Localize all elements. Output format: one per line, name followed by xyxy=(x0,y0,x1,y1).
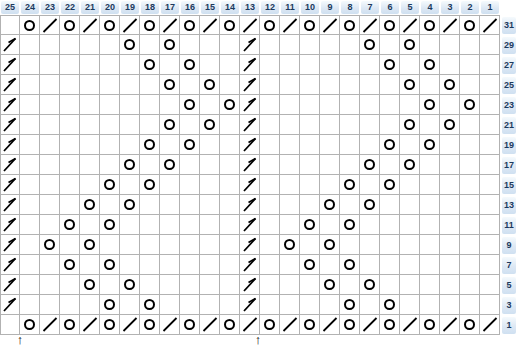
cell-row13-st24 xyxy=(20,195,40,215)
cell-row7-st6 xyxy=(380,255,400,275)
grid-label: 23 xyxy=(41,1,59,14)
slash-decrease-symbol xyxy=(320,16,340,35)
row-header-1: 1 xyxy=(500,315,518,335)
cell-row5-st14 xyxy=(220,275,240,295)
cell-row1-st7 xyxy=(360,315,380,335)
cell-row29-st13 xyxy=(240,35,260,55)
cell-row11-st23 xyxy=(40,215,60,235)
cell-row1-st17 xyxy=(160,315,180,335)
yarn-over-symbol xyxy=(304,20,315,31)
cell-row19-st4 xyxy=(420,135,440,155)
cell-row9-st4 xyxy=(420,235,440,255)
cell-row21-st17 xyxy=(160,115,180,135)
yarn-over-symbol xyxy=(444,79,455,90)
cell-row1-st15 xyxy=(200,315,220,335)
yarn-over-symbol xyxy=(304,259,315,270)
column-header-24: 24 xyxy=(20,0,40,15)
cell-row17-st4 xyxy=(420,155,440,175)
cell-row13-st16 xyxy=(180,195,200,215)
cell-row19-st8 xyxy=(340,135,360,155)
cell-row23-st4 xyxy=(420,95,440,115)
yarn-over-symbol xyxy=(344,219,355,230)
cell-row25-st4 xyxy=(420,75,440,95)
yarn-over-symbol xyxy=(304,319,315,330)
cell-row15-st12 xyxy=(260,175,280,195)
cell-row15-st23 xyxy=(40,175,60,195)
grid-label: 29 xyxy=(502,37,516,54)
grid-label: 3 xyxy=(441,1,459,14)
cell-row27-st22 xyxy=(60,55,80,75)
cell-row9-st23 xyxy=(40,235,60,255)
cell-row9-st6 xyxy=(380,235,400,255)
cell-row9-st11 xyxy=(280,235,300,255)
cell-row27-st25 xyxy=(0,55,20,75)
cell-row27-st4 xyxy=(420,55,440,75)
row-header-11: 11 xyxy=(500,215,518,235)
yarn-over-symbol xyxy=(184,99,195,110)
cell-row5-st6 xyxy=(380,275,400,295)
slash-decrease-symbol xyxy=(120,16,140,35)
grid-label: 4 xyxy=(421,1,439,14)
cell-row5-st21 xyxy=(80,275,100,295)
slash-decrease-symbol xyxy=(400,16,420,35)
cell-row25-st5 xyxy=(400,75,420,95)
yarn-over-symbol xyxy=(144,319,155,330)
cell-row17-st16 xyxy=(180,155,200,175)
yarn-over-symbol xyxy=(324,199,335,210)
cell-row17-st14 xyxy=(220,155,240,175)
yarn-over-symbol xyxy=(204,79,215,90)
cell-row25-st25 xyxy=(0,75,20,95)
cell-row11-st22 xyxy=(60,215,80,235)
cell-row9-st12 xyxy=(260,235,280,255)
cell-row23-st16 xyxy=(180,95,200,115)
cell-row9-st14 xyxy=(220,235,240,255)
grid-label: 25 xyxy=(1,1,19,14)
cell-row19-st2 xyxy=(460,135,480,155)
cell-row17-st17 xyxy=(160,155,180,175)
grid-label: 11 xyxy=(281,1,299,14)
cell-row5-st19 xyxy=(120,275,140,295)
tick-slash-decrease-symbol xyxy=(240,155,260,174)
cell-row25-st23 xyxy=(40,75,60,95)
column-header-9: 9 xyxy=(320,0,340,15)
tick-slash-decrease-symbol xyxy=(240,295,260,314)
column-header-4: 4 xyxy=(420,0,440,15)
cell-row5-st1 xyxy=(480,275,500,295)
cell-row19-st21 xyxy=(80,135,100,155)
grid-label: 20 xyxy=(101,1,119,14)
yarn-over-symbol xyxy=(104,259,115,270)
cell-row23-st13 xyxy=(240,95,260,115)
yarn-over-symbol xyxy=(324,279,335,290)
slash-decrease-symbol xyxy=(200,315,220,334)
cell-row23-st3 xyxy=(440,95,460,115)
cell-row25-st16 xyxy=(180,75,200,95)
yarn-over-symbol xyxy=(344,259,355,270)
cell-row29-st6 xyxy=(380,35,400,55)
yarn-over-symbol xyxy=(164,39,175,50)
cell-row17-st10 xyxy=(300,155,320,175)
yarn-over-symbol xyxy=(84,199,95,210)
cell-row23-st2 xyxy=(460,95,480,115)
yarn-over-symbol xyxy=(124,159,135,170)
cell-row7-st14 xyxy=(220,255,240,275)
cell-row19-st11 xyxy=(280,135,300,155)
column-header-7: 7 xyxy=(360,0,380,15)
cell-row31-st6 xyxy=(380,15,400,35)
cell-row9-st19 xyxy=(120,235,140,255)
cell-row9-st22 xyxy=(60,235,80,255)
cell-row21-st14 xyxy=(220,115,240,135)
cell-row13-st19 xyxy=(120,195,140,215)
cell-row19-st18 xyxy=(140,135,160,155)
grid-label: 7 xyxy=(361,1,379,14)
grid-label: 13 xyxy=(502,197,516,214)
cell-row29-st4 xyxy=(420,35,440,55)
cell-row27-st12 xyxy=(260,55,280,75)
column-header-19: 19 xyxy=(120,0,140,15)
cell-row11-st8 xyxy=(340,215,360,235)
tick-slash-decrease-symbol xyxy=(0,135,20,154)
cell-row1-st11 xyxy=(280,315,300,335)
cell-row5-st22 xyxy=(60,275,80,295)
cell-row25-st19 xyxy=(120,75,140,95)
cell-row3-st16 xyxy=(180,295,200,315)
cell-row9-st9 xyxy=(320,235,340,255)
cell-row23-st24 xyxy=(20,95,40,115)
cell-row19-st14 xyxy=(220,135,240,155)
cell-row29-st18 xyxy=(140,35,160,55)
row-header-13: 13 xyxy=(500,195,518,215)
cell-row9-st20 xyxy=(100,235,120,255)
cell-row11-st24 xyxy=(20,215,40,235)
cell-row27-st7 xyxy=(360,55,380,75)
cell-row27-st20 xyxy=(100,55,120,75)
cell-row3-st10 xyxy=(300,295,320,315)
cell-row25-st9 xyxy=(320,75,340,95)
cell-row21-st6 xyxy=(380,115,400,135)
cell-row7-st24 xyxy=(20,255,40,275)
yarn-over-symbol xyxy=(304,219,315,230)
cell-row29-st5 xyxy=(400,35,420,55)
column-header-3: 3 xyxy=(440,0,460,15)
cell-row1-st2 xyxy=(460,315,480,335)
cell-row23-st8 xyxy=(340,95,360,115)
row-header-5: 5 xyxy=(500,275,518,295)
yarn-over-symbol xyxy=(24,319,35,330)
cell-row7-st23 xyxy=(40,255,60,275)
cell-row27-st14 xyxy=(220,55,240,75)
cell-row3-st20 xyxy=(100,295,120,315)
cell-row7-st12 xyxy=(260,255,280,275)
cell-row21-st23 xyxy=(40,115,60,135)
yarn-over-symbol xyxy=(84,239,95,250)
yarn-over-symbol xyxy=(264,20,275,31)
yarn-over-symbol xyxy=(264,319,275,330)
cell-row5-st9 xyxy=(320,275,340,295)
cell-row19-st20 xyxy=(100,135,120,155)
cell-row19-st23 xyxy=(40,135,60,155)
cell-row17-st13 xyxy=(240,155,260,175)
cell-row19-st7 xyxy=(360,135,380,155)
yarn-over-symbol xyxy=(224,20,235,31)
grid-label: 3 xyxy=(502,297,516,314)
yarn-over-symbol xyxy=(364,159,375,170)
cell-row21-st13 xyxy=(240,115,260,135)
row-header-17: 17 xyxy=(500,155,518,175)
cell-row29-st16 xyxy=(180,35,200,55)
row-header-31: 31 xyxy=(500,15,518,35)
cell-row29-st2 xyxy=(460,35,480,55)
tick-slash-decrease-symbol xyxy=(0,215,20,234)
yarn-over-symbol xyxy=(104,219,115,230)
slash-decrease-symbol xyxy=(160,16,180,35)
cell-row5-st3 xyxy=(440,275,460,295)
cell-row13-st7 xyxy=(360,195,380,215)
cell-row17-st21 xyxy=(80,155,100,175)
yarn-over-symbol xyxy=(144,299,155,310)
tick-slash-decrease-symbol xyxy=(240,195,260,214)
cell-row7-st11 xyxy=(280,255,300,275)
yarn-over-symbol xyxy=(344,20,355,31)
tick-slash-decrease-symbol xyxy=(240,55,260,74)
cell-row23-st22 xyxy=(60,95,80,115)
cell-row21-st21 xyxy=(80,115,100,135)
cell-row19-st3 xyxy=(440,135,460,155)
cell-row27-st16 xyxy=(180,55,200,75)
cell-row25-st6 xyxy=(380,75,400,95)
cell-row23-st14 xyxy=(220,95,240,115)
cell-row23-st20 xyxy=(100,95,120,115)
cell-row11-st7 xyxy=(360,215,380,235)
cell-row3-st21 xyxy=(80,295,100,315)
cell-row7-st13 xyxy=(240,255,260,275)
cell-row7-st18 xyxy=(140,255,160,275)
cell-row23-st9 xyxy=(320,95,340,115)
cell-row3-st15 xyxy=(200,295,220,315)
cell-row21-st7 xyxy=(360,115,380,135)
yarn-over-symbol xyxy=(104,179,115,190)
tick-slash-decrease-symbol xyxy=(240,175,260,194)
cell-row23-st21 xyxy=(80,95,100,115)
cell-row5-st10 xyxy=(300,275,320,295)
cell-row17-st8 xyxy=(340,155,360,175)
yarn-over-symbol xyxy=(424,139,435,150)
cell-row25-st11 xyxy=(280,75,300,95)
grid-label: 5 xyxy=(401,1,419,14)
yarn-over-symbol xyxy=(24,20,35,31)
cell-row7-st4 xyxy=(420,255,440,275)
cell-row15-st21 xyxy=(80,175,100,195)
yarn-over-symbol xyxy=(64,319,75,330)
cell-row11-st21 xyxy=(80,215,100,235)
yarn-over-symbol xyxy=(124,39,135,50)
cell-row31-st7 xyxy=(360,15,380,35)
cell-row29-st21 xyxy=(80,35,100,55)
cell-row9-st17 xyxy=(160,235,180,255)
cell-row5-st4 xyxy=(420,275,440,295)
cell-row27-st24 xyxy=(20,55,40,75)
cell-row27-st9 xyxy=(320,55,340,75)
cell-row15-st2 xyxy=(460,175,480,195)
cell-row1-st18 xyxy=(140,315,160,335)
yarn-over-symbol xyxy=(164,159,175,170)
cell-row31-st21 xyxy=(80,15,100,35)
cell-row3-st6 xyxy=(380,295,400,315)
cell-row27-st19 xyxy=(120,55,140,75)
tick-slash-decrease-symbol xyxy=(0,155,20,174)
yarn-over-symbol xyxy=(384,20,395,31)
cell-row23-st7 xyxy=(360,95,380,115)
cell-row9-st2 xyxy=(460,235,480,255)
cell-row19-st25 xyxy=(0,135,20,155)
cell-row7-st9 xyxy=(320,255,340,275)
grid-label: 11 xyxy=(502,217,516,234)
cell-row27-st17 xyxy=(160,55,180,75)
cell-row23-st12 xyxy=(260,95,280,115)
cell-row31-st17 xyxy=(160,15,180,35)
cell-row15-st20 xyxy=(100,175,120,195)
cell-row13-st21 xyxy=(80,195,100,215)
cell-row5-st15 xyxy=(200,275,220,295)
column-header-5: 5 xyxy=(400,0,420,15)
slash-decrease-symbol xyxy=(480,315,500,334)
cell-row9-st5 xyxy=(400,235,420,255)
cell-row13-st13 xyxy=(240,195,260,215)
cell-row7-st20 xyxy=(100,255,120,275)
grid-label: 13 xyxy=(241,1,259,14)
cell-row25-st12 xyxy=(260,75,280,95)
cell-row11-st19 xyxy=(120,215,140,235)
cell-row31-st18 xyxy=(140,15,160,35)
cell-row23-st11 xyxy=(280,95,300,115)
cell-row13-st18 xyxy=(140,195,160,215)
yarn-over-symbol xyxy=(464,20,475,31)
cell-row17-st1 xyxy=(480,155,500,175)
cell-row31-st24 xyxy=(20,15,40,35)
cell-row17-st5 xyxy=(400,155,420,175)
yarn-over-symbol xyxy=(144,179,155,190)
grid-label: 8 xyxy=(341,1,359,14)
cell-row29-st20 xyxy=(100,35,120,55)
cell-row29-st11 xyxy=(280,35,300,55)
row-header-29: 29 xyxy=(500,35,518,55)
cell-row9-st7 xyxy=(360,235,380,255)
cell-row13-st15 xyxy=(200,195,220,215)
cell-row15-st6 xyxy=(380,175,400,195)
cell-row19-st1 xyxy=(480,135,500,155)
cell-row17-st25 xyxy=(0,155,20,175)
cell-row9-st21 xyxy=(80,235,100,255)
cell-row11-st20 xyxy=(100,215,120,235)
cell-row7-st1 xyxy=(480,255,500,275)
cell-row3-st2 xyxy=(460,295,480,315)
cell-row31-st19 xyxy=(120,15,140,35)
cell-row11-st3 xyxy=(440,215,460,235)
cell-row21-st5 xyxy=(400,115,420,135)
slash-decrease-symbol xyxy=(40,16,60,35)
cell-row7-st5 xyxy=(400,255,420,275)
cell-row5-st8 xyxy=(340,275,360,295)
cell-row25-st2 xyxy=(460,75,480,95)
cell-row21-st9 xyxy=(320,115,340,135)
cell-row29-st10 xyxy=(300,35,320,55)
cell-row15-st4 xyxy=(420,175,440,195)
cell-row5-st13 xyxy=(240,275,260,295)
cell-row23-st23 xyxy=(40,95,60,115)
cell-row31-st1 xyxy=(480,15,500,35)
yarn-over-symbol xyxy=(104,20,115,31)
column-header-18: 18 xyxy=(140,0,160,15)
cell-row15-st9 xyxy=(320,175,340,195)
tick-slash-decrease-symbol xyxy=(240,115,260,134)
cell-row7-st22 xyxy=(60,255,80,275)
cell-row7-st25 xyxy=(0,255,20,275)
cell-row7-st17 xyxy=(160,255,180,275)
grid-label: 1 xyxy=(481,1,499,14)
yarn-over-symbol xyxy=(384,319,395,330)
yarn-over-symbol xyxy=(404,159,415,170)
column-header-8: 8 xyxy=(340,0,360,15)
cell-row13-st11 xyxy=(280,195,300,215)
cell-row19-st9 xyxy=(320,135,340,155)
yarn-over-symbol xyxy=(464,99,475,110)
cell-row1-st19 xyxy=(120,315,140,335)
cell-row21-st2 xyxy=(460,115,480,135)
yarn-over-symbol xyxy=(164,119,175,130)
cell-row31-st11 xyxy=(280,15,300,35)
grid-label: 25 xyxy=(502,77,516,94)
grid-label: 23 xyxy=(502,97,516,114)
row-header-23: 23 xyxy=(500,95,518,115)
cell-row29-st3 xyxy=(440,35,460,55)
cell-row25-st3 xyxy=(440,75,460,95)
yarn-over-symbol xyxy=(184,20,195,31)
cell-row21-st10 xyxy=(300,115,320,135)
yarn-over-symbol xyxy=(424,59,435,70)
yarn-over-symbol xyxy=(444,119,455,130)
cell-row3-st1 xyxy=(480,295,500,315)
slash-decrease-symbol xyxy=(320,315,340,334)
slash-decrease-symbol xyxy=(120,315,140,334)
yarn-over-symbol xyxy=(384,59,395,70)
cell-row31-st2 xyxy=(460,15,480,35)
cell-row13-st10 xyxy=(300,195,320,215)
yarn-over-symbol xyxy=(144,139,155,150)
cell-row29-st24 xyxy=(20,35,40,55)
slash-decrease-symbol xyxy=(240,16,260,35)
cell-row13-st1 xyxy=(480,195,500,215)
yarn-over-symbol xyxy=(104,319,115,330)
cell-row7-st10 xyxy=(300,255,320,275)
cell-row15-st13 xyxy=(240,175,260,195)
tick-slash-decrease-symbol xyxy=(0,275,20,294)
yarn-over-symbol xyxy=(144,20,155,31)
cell-row17-st24 xyxy=(20,155,40,175)
cell-row15-st22 xyxy=(60,175,80,195)
cell-row1-st12 xyxy=(260,315,280,335)
cell-row9-st10 xyxy=(300,235,320,255)
cell-row19-st6 xyxy=(380,135,400,155)
cell-row27-st3 xyxy=(440,55,460,75)
cell-row3-st13 xyxy=(240,295,260,315)
cell-row3-st17 xyxy=(160,295,180,315)
cell-row5-st5 xyxy=(400,275,420,295)
cell-row17-st12 xyxy=(260,155,280,175)
cell-row23-st1 xyxy=(480,95,500,115)
yarn-over-symbol xyxy=(144,59,155,70)
